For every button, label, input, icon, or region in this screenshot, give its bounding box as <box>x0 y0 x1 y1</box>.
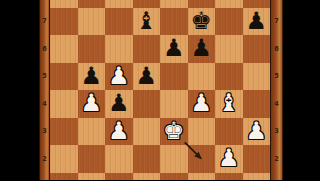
piece-white-pawn-g2: ♟ <box>215 145 243 173</box>
square-h1 <box>243 173 271 181</box>
square-a3 <box>50 118 78 146</box>
square-d3 <box>133 118 161 146</box>
square-f6: ♟ <box>188 35 216 63</box>
piece-black-pawn-c4: ♟ <box>105 90 133 118</box>
rank-label-7: 7 <box>40 18 49 25</box>
square-b4: ♟ <box>78 90 106 118</box>
square-c6 <box>105 35 133 63</box>
square-f5 <box>188 63 216 91</box>
square-d1 <box>133 173 161 181</box>
board-frame-left: 765432 <box>39 0 50 180</box>
square-h3: ♟ <box>243 118 271 146</box>
square-g2: ♟ <box>215 145 243 173</box>
rank-label-6: 6 <box>271 45 282 52</box>
piece-white-king-e3: ♚ <box>160 118 188 146</box>
square-a2 <box>50 145 78 173</box>
square-h6 <box>243 35 271 63</box>
square-e7 <box>160 8 188 36</box>
rank-label-7: 7 <box>271 18 282 25</box>
rank-label-4: 4 <box>40 100 49 107</box>
rank-label-3: 3 <box>271 128 282 135</box>
square-a5 <box>50 63 78 91</box>
square-h4 <box>243 90 271 118</box>
piece-black-king-f7: ♚ <box>188 8 216 36</box>
piece-white-bishop-g4: ♝ <box>215 90 243 118</box>
rank-label-2: 2 <box>271 155 282 162</box>
square-c2 <box>105 145 133 173</box>
square-a8 <box>50 0 78 8</box>
square-f3 <box>188 118 216 146</box>
rank-label-5: 5 <box>271 73 282 80</box>
square-e3: ♚ <box>160 118 188 146</box>
rank-label-2: 2 <box>40 155 49 162</box>
square-d6 <box>133 35 161 63</box>
piece-white-pawn-b4: ♟ <box>78 90 106 118</box>
square-a7 <box>50 8 78 36</box>
square-g5 <box>215 63 243 91</box>
piece-black-pawn-d5: ♟ <box>133 63 161 91</box>
piece-white-pawn-c3: ♟ <box>105 118 133 146</box>
square-g6 <box>215 35 243 63</box>
square-c3: ♟ <box>105 118 133 146</box>
square-f2 <box>188 145 216 173</box>
piece-white-pawn-h3: ♟ <box>243 118 271 146</box>
square-c4: ♟ <box>105 90 133 118</box>
square-a1 <box>50 173 78 181</box>
piece-black-bishop-d7: ♝ <box>133 8 161 36</box>
square-e5 <box>160 63 188 91</box>
square-c1 <box>105 173 133 181</box>
board-viewport: ♝♚♟♟♟♟♟♟♟♟♟♝♟♚♟♟ <box>50 0 270 180</box>
square-b7 <box>78 8 106 36</box>
square-h2 <box>243 145 271 173</box>
square-g3 <box>215 118 243 146</box>
square-g8 <box>215 0 243 8</box>
piece-white-pawn-f4: ♟ <box>188 90 216 118</box>
square-e4 <box>160 90 188 118</box>
board-frame-right: 765432 <box>270 0 283 180</box>
square-d5: ♟ <box>133 63 161 91</box>
piece-black-pawn-f6: ♟ <box>188 35 216 63</box>
square-h5 <box>243 63 271 91</box>
square-b5: ♟ <box>78 63 106 91</box>
square-d4 <box>133 90 161 118</box>
square-b1 <box>78 173 106 181</box>
rank-label-4: 4 <box>271 100 282 107</box>
square-a6 <box>50 35 78 63</box>
rank-label-6: 6 <box>40 45 49 52</box>
square-f4: ♟ <box>188 90 216 118</box>
square-e8 <box>160 0 188 8</box>
square-f1 <box>188 173 216 181</box>
piece-black-pawn-e6: ♟ <box>160 35 188 63</box>
square-d2 <box>133 145 161 173</box>
square-a4 <box>50 90 78 118</box>
square-d7: ♝ <box>133 8 161 36</box>
piece-white-pawn-c5: ♟ <box>105 63 133 91</box>
square-b8 <box>78 0 106 8</box>
square-g4: ♝ <box>215 90 243 118</box>
square-g7 <box>215 8 243 36</box>
square-e1 <box>160 173 188 181</box>
rank-label-3: 3 <box>40 128 49 135</box>
square-c8 <box>105 0 133 8</box>
square-g1 <box>215 173 243 181</box>
chess-thumbnail: 765432 ♝♚♟♟♟♟♟♟♟♟♟♝♟♚♟♟ 765432 <box>0 0 320 180</box>
rank-label-5: 5 <box>40 73 49 80</box>
piece-black-pawn-h7: ♟ <box>243 8 271 36</box>
square-e6: ♟ <box>160 35 188 63</box>
square-e2 <box>160 145 188 173</box>
square-b3 <box>78 118 106 146</box>
square-b6 <box>78 35 106 63</box>
square-c5: ♟ <box>105 63 133 91</box>
board-grid: ♝♚♟♟♟♟♟♟♟♟♟♝♟♚♟♟ <box>50 0 270 180</box>
square-b2 <box>78 145 106 173</box>
piece-black-pawn-b5: ♟ <box>78 63 106 91</box>
square-f7: ♚ <box>188 8 216 36</box>
square-h7: ♟ <box>243 8 271 36</box>
square-c7 <box>105 8 133 36</box>
chess-board-area: 765432 ♝♚♟♟♟♟♟♟♟♟♟♝♟♚♟♟ 765432 <box>39 0 283 180</box>
